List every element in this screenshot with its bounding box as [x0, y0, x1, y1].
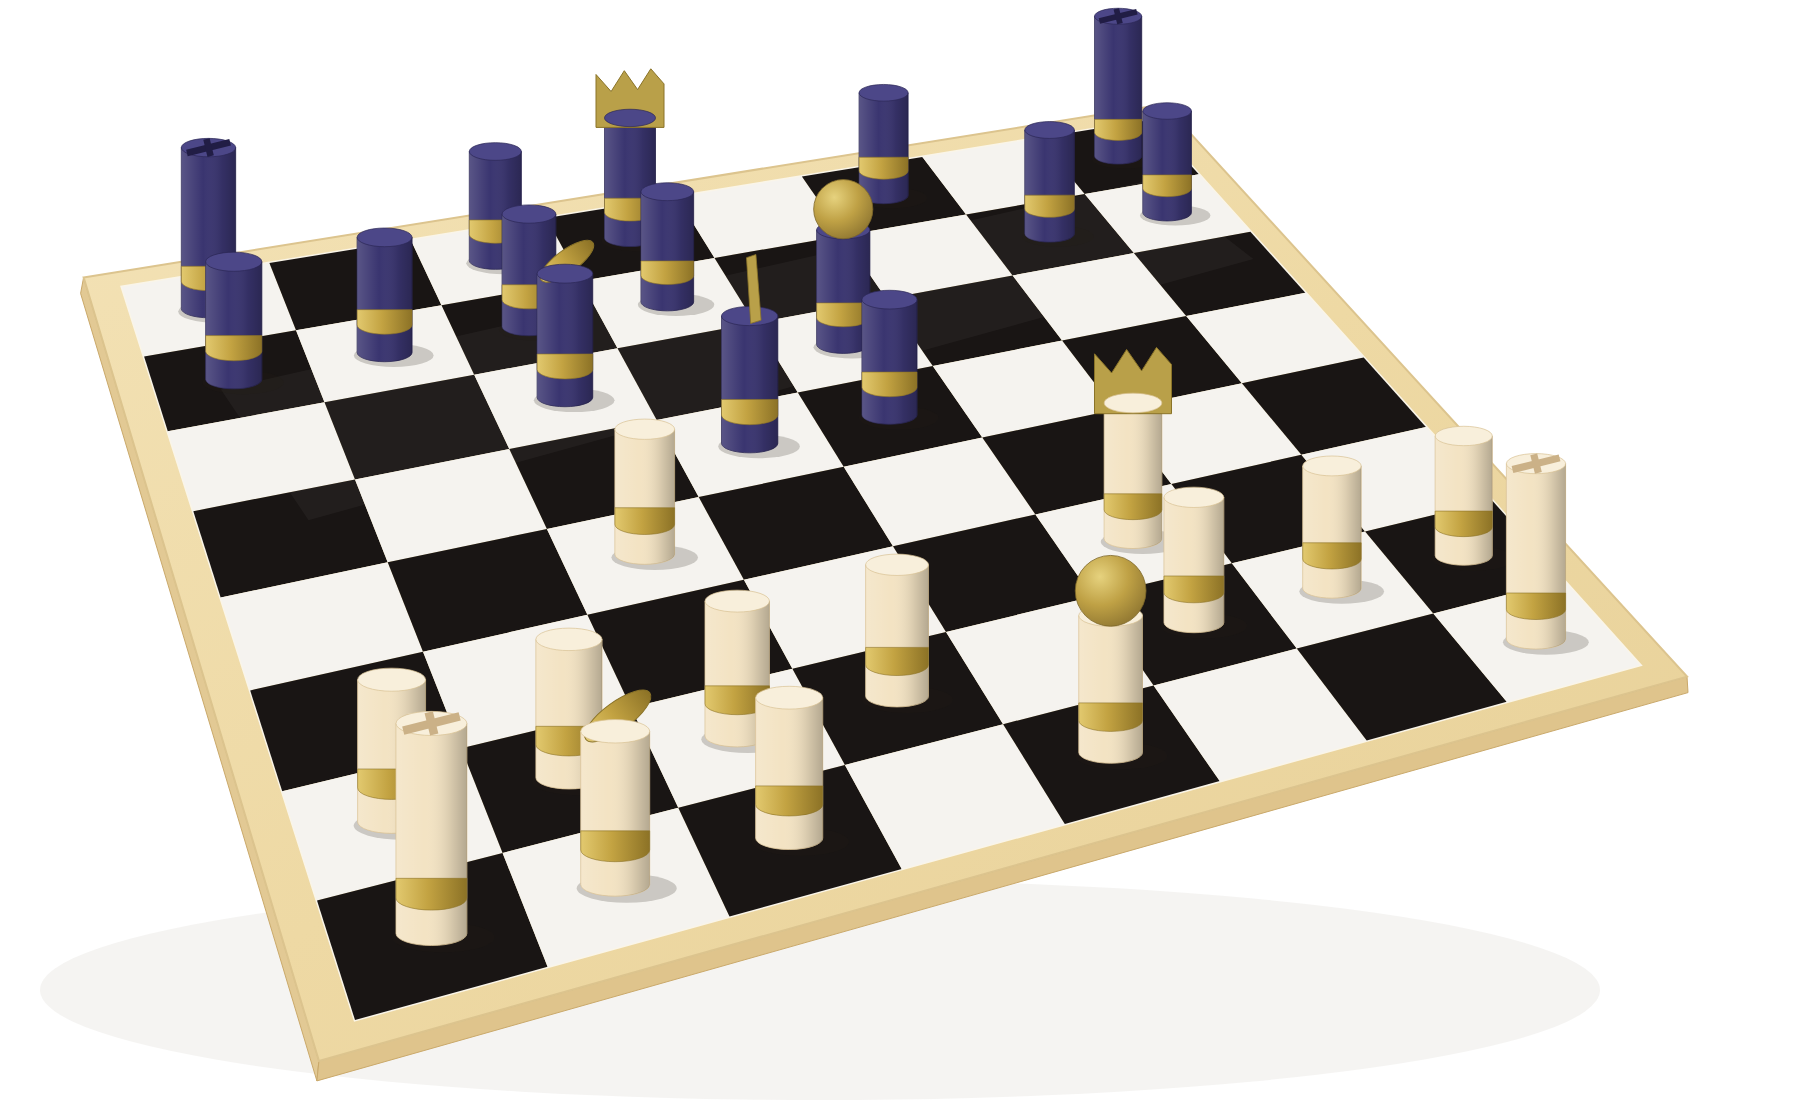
piece-top [357, 228, 412, 247]
gold-ring [1025, 195, 1075, 217]
piece-body-shading [1303, 466, 1361, 598]
gold-ring [859, 157, 908, 179]
gold-ring [1143, 175, 1192, 197]
gold-ring [537, 354, 593, 379]
gold-ring [396, 878, 467, 910]
piece-top [859, 84, 908, 101]
piece-body-shading [1079, 616, 1143, 764]
piece-top [536, 628, 602, 650]
gold-ring [866, 647, 929, 675]
piece-body-shading [1143, 111, 1192, 221]
piece-body-shading [756, 698, 823, 850]
piece-top [615, 419, 675, 439]
piece-body-shading [581, 731, 650, 896]
piece-top [1143, 103, 1192, 120]
piece-body-shading [396, 723, 467, 945]
piece-body-shading [866, 565, 929, 707]
piece-body-shading [1025, 130, 1075, 242]
piece-top [1104, 393, 1162, 413]
piece-body-shading [862, 300, 917, 425]
gold-ring [862, 372, 917, 397]
piece-body-shading [641, 192, 694, 311]
gold-ring [1104, 494, 1162, 520]
gold-ring [1506, 593, 1565, 620]
gold-ring [1079, 703, 1143, 732]
queen-gold-ball-icon [1075, 555, 1146, 626]
piece-top [537, 264, 593, 283]
piece-top [581, 720, 650, 743]
piece-top [502, 205, 556, 223]
gold-ring [581, 831, 650, 862]
piece-top [206, 252, 262, 271]
gold-ring [641, 261, 694, 285]
piece-body-shading [722, 316, 778, 453]
photo-background: { "game": "chess", "scene": "overhead-an… [0, 0, 1800, 1102]
piece-top [862, 290, 917, 309]
gold-ring [357, 310, 412, 335]
piece-top [1435, 426, 1492, 445]
gold-ring [756, 786, 823, 816]
piece-top [756, 686, 823, 709]
piece-top [358, 668, 426, 691]
gold-ring [1435, 511, 1492, 537]
piece-body-shading [1435, 436, 1492, 565]
gold-ring [722, 399, 778, 424]
piece-body-shading [1095, 16, 1142, 164]
chess-set-photo [0, 0, 1800, 1102]
piece-top [705, 590, 769, 612]
piece-body-shading [859, 93, 908, 204]
piece-top [469, 143, 521, 161]
piece-body-shading [357, 237, 412, 361]
gold-ring [615, 508, 675, 535]
gold-ring [1164, 576, 1224, 603]
piece-body-shading [1104, 403, 1162, 549]
chessboard[interactable] [0, 0, 1800, 1102]
piece-top [641, 183, 694, 201]
piece-top [866, 554, 929, 575]
queen-gold-ball-icon [814, 180, 873, 239]
gold-ring [1095, 119, 1142, 140]
piece-top [605, 109, 656, 126]
piece-top [1303, 456, 1361, 476]
piece-body-shading [615, 429, 675, 564]
piece-body-shading [206, 262, 262, 389]
piece-body-shading [1506, 464, 1565, 649]
piece-body-shading [1164, 497, 1224, 632]
piece-top [1025, 122, 1075, 139]
gold-ring [1303, 543, 1361, 569]
piece-top [1164, 487, 1224, 507]
piece-body-shading [537, 274, 593, 407]
gold-ring [206, 336, 262, 361]
